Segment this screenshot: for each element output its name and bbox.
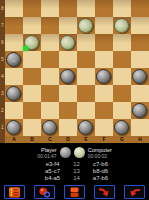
square-h6[interactable]: [131, 34, 149, 51]
move-row-0: e3-f412c7-b6: [37, 161, 123, 168]
players-row: Player 00:01:47 Computer 00:00:02: [0, 143, 149, 159]
move-text: b4-a5: [37, 175, 69, 182]
square-c8[interactable]: [41, 0, 59, 17]
square-c2[interactable]: [41, 102, 59, 119]
player-piece-icon: [60, 147, 71, 158]
square-f5[interactable]: [95, 51, 113, 68]
piece-computer-man-d6[interactable]: [60, 35, 75, 50]
move-number: 13: [69, 168, 85, 175]
square-h2[interactable]: [131, 102, 149, 119]
piece-player-man-d4[interactable]: [60, 69, 75, 84]
piece-player-man-f4[interactable]: [96, 69, 111, 84]
square-a8[interactable]: [5, 0, 23, 17]
square-d8[interactable]: [59, 0, 77, 17]
square-g1[interactable]: [113, 119, 131, 136]
piece-player-king-a5[interactable]: ♕: [6, 52, 21, 67]
menu-list-icon: [8, 187, 21, 198]
piece-player-man-h4[interactable]: [132, 69, 147, 84]
square-b2[interactable]: [23, 102, 41, 119]
info-panel: Player 00:01:47 Computer 00:00:02 e3-f41…: [0, 143, 149, 184]
undo-button[interactable]: [124, 185, 145, 199]
piece-player-man-c1[interactable]: [42, 120, 57, 135]
square-b1[interactable]: [23, 119, 41, 136]
move-number: 14: [69, 175, 85, 182]
arrow-down-right-icon: [98, 187, 111, 198]
square-d5[interactable]: [59, 51, 77, 68]
file-label-c: C: [41, 136, 59, 143]
square-g3[interactable]: [113, 85, 131, 102]
square-h3[interactable]: [131, 85, 149, 102]
file-label-e: E: [77, 136, 95, 143]
square-g8[interactable]: [113, 0, 131, 17]
square-c4[interactable]: [41, 68, 59, 85]
piece-computer-man-g7[interactable]: [114, 18, 129, 33]
board-grid: 8765♕4321ABCDEFGH: [0, 0, 149, 143]
square-b7[interactable]: [23, 17, 41, 34]
piece-player-man-a1[interactable]: [6, 120, 21, 135]
piece-player-man-e1[interactable]: [78, 120, 93, 135]
square-d7[interactable]: [59, 17, 77, 34]
square-f6[interactable]: [95, 34, 113, 51]
piece-player-man-a3[interactable]: [6, 86, 21, 101]
file-label-h: H: [131, 136, 149, 143]
square-b3[interactable]: [23, 85, 41, 102]
square-h4[interactable]: [131, 68, 149, 85]
new-game-button[interactable]: [34, 185, 55, 199]
move-text: e3-f4: [37, 161, 69, 168]
file-label-b: B: [23, 136, 41, 143]
square-a6[interactable]: [5, 34, 23, 51]
toolbar: [0, 184, 149, 200]
move-list: e3-f412c7-b6a5-c713b8-d6b4-a514a7-b6: [37, 161, 123, 182]
square-a7[interactable]: [5, 17, 23, 34]
checkers-app-window: 8765♕4321ABCDEFGH Player 00:01:47 Comput…: [0, 0, 149, 200]
undo-arrow-icon: [128, 187, 141, 198]
last-move-marker: [23, 46, 28, 51]
square-d2[interactable]: [59, 102, 77, 119]
move-text: a5-c7: [37, 168, 69, 175]
square-g4[interactable]: [113, 68, 131, 85]
square-a4[interactable]: [5, 68, 23, 85]
square-b6[interactable]: [23, 34, 41, 51]
square-f1[interactable]: [95, 119, 113, 136]
file-label-g: G: [113, 136, 131, 143]
square-f7[interactable]: [95, 17, 113, 34]
square-e3[interactable]: [77, 85, 95, 102]
square-c3[interactable]: [41, 85, 59, 102]
square-h7[interactable]: [131, 17, 149, 34]
square-a2[interactable]: [5, 102, 23, 119]
square-f2[interactable]: [95, 102, 113, 119]
square-d4[interactable]: [59, 68, 77, 85]
square-b8[interactable]: [23, 0, 41, 17]
position-setup-button[interactable]: [64, 185, 85, 199]
square-e8[interactable]: [77, 0, 95, 17]
square-f8[interactable]: [95, 0, 113, 17]
square-c6[interactable]: [41, 34, 59, 51]
king-crown-icon: ♕: [10, 56, 17, 64]
piece-computer-man-e7[interactable]: [78, 18, 93, 33]
file-label-a: A: [5, 136, 23, 143]
square-c5[interactable]: [41, 51, 59, 68]
computer-piece-icon: [74, 147, 85, 158]
player-clock: 00:01:47: [37, 153, 56, 159]
square-a1[interactable]: [5, 119, 23, 136]
square-g5[interactable]: [113, 51, 131, 68]
square-a5[interactable]: ♕: [5, 51, 23, 68]
ball-icon: [38, 187, 51, 198]
move-number: 12: [69, 161, 85, 168]
move-text: c7-b6: [85, 161, 117, 168]
file-label-d: D: [59, 136, 77, 143]
square-e6[interactable]: [77, 34, 95, 51]
square-h8[interactable]: [131, 0, 149, 17]
move-row-2: b4-a514a7-b6: [37, 175, 123, 182]
square-b4[interactable]: [23, 68, 41, 85]
square-c7[interactable]: [41, 17, 59, 34]
square-g6[interactable]: [113, 34, 131, 51]
move-row-1: a5-c713b8-d6: [37, 168, 123, 175]
piece-player-man-h2[interactable]: [132, 103, 147, 118]
square-c1[interactable]: [41, 119, 59, 136]
move-now-button[interactable]: [94, 185, 115, 199]
square-d3[interactable]: [59, 85, 77, 102]
move-text: a7-b6: [85, 175, 117, 182]
square-e4[interactable]: [77, 68, 95, 85]
computer-clock: 00:00:02: [88, 153, 107, 159]
square-d6[interactable]: [59, 34, 77, 51]
file-label-f: F: [95, 136, 113, 143]
square-h5[interactable]: [131, 51, 149, 68]
square-g2[interactable]: [113, 102, 131, 119]
player-block: Player 00:01:47: [37, 147, 56, 159]
square-e5[interactable]: [77, 51, 95, 68]
square-f3[interactable]: [95, 85, 113, 102]
square-f4[interactable]: [95, 68, 113, 85]
move-text: b8-d6: [85, 168, 117, 175]
square-h1[interactable]: [131, 119, 149, 136]
square-d1[interactable]: [59, 119, 77, 136]
square-g7[interactable]: [113, 17, 131, 34]
piece-player-man-g1[interactable]: [114, 120, 129, 135]
stacked-bars-icon: [68, 187, 81, 198]
square-b5[interactable]: [23, 51, 41, 68]
computer-block: Computer 00:00:02: [88, 147, 112, 159]
square-e1[interactable]: [77, 119, 95, 136]
square-e7[interactable]: [77, 17, 95, 34]
square-e2[interactable]: [77, 102, 95, 119]
square-a3[interactable]: [5, 85, 23, 102]
menu-button[interactable]: [4, 185, 25, 199]
